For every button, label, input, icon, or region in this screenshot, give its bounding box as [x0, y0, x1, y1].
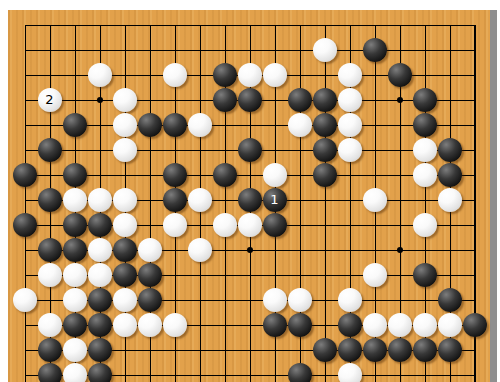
stone-white[interactable]: [363, 313, 387, 337]
stone-black[interactable]: [88, 288, 112, 312]
stone-white[interactable]: [363, 263, 387, 287]
stone-white[interactable]: [188, 188, 212, 212]
stone-white[interactable]: [138, 238, 162, 262]
stone-black[interactable]: [163, 163, 187, 187]
stone-black[interactable]: [163, 188, 187, 212]
stone-white[interactable]: [38, 313, 62, 337]
stone-white[interactable]: [63, 188, 87, 212]
stone-white[interactable]: [88, 63, 112, 87]
stone-black[interactable]: [138, 263, 162, 287]
stone-black[interactable]: [13, 163, 37, 187]
stone-black[interactable]: [238, 188, 262, 212]
stone-white[interactable]: 2: [38, 88, 62, 112]
stone-white[interactable]: [288, 113, 312, 137]
stone-black[interactable]: [263, 213, 287, 237]
stone-white[interactable]: [413, 213, 437, 237]
stone-black[interactable]: [438, 138, 462, 162]
stone-white[interactable]: [88, 238, 112, 262]
go-diagram: 21: [0, 0, 500, 382]
stone-white[interactable]: [138, 313, 162, 337]
stone-white[interactable]: [438, 188, 462, 212]
stone-black[interactable]: [413, 113, 437, 137]
move-number-label: 2: [45, 93, 53, 106]
stone-white[interactable]: [163, 313, 187, 337]
stone-black[interactable]: [238, 138, 262, 162]
stone-black[interactable]: [38, 238, 62, 262]
stone-black[interactable]: [213, 63, 237, 87]
stone-black[interactable]: [88, 213, 112, 237]
stone-black[interactable]: [113, 263, 137, 287]
stone-white[interactable]: [113, 188, 137, 212]
stone-white[interactable]: [88, 263, 112, 287]
stone-white[interactable]: [63, 363, 87, 382]
stone-black[interactable]: [288, 313, 312, 337]
stone-black[interactable]: [38, 363, 62, 382]
stone-black[interactable]: [213, 163, 237, 187]
stone-white[interactable]: [413, 313, 437, 337]
stone-black[interactable]: [288, 363, 312, 382]
stone-black[interactable]: [38, 138, 62, 162]
stone-black[interactable]: [38, 338, 62, 362]
stone-black[interactable]: [288, 88, 312, 112]
stone-white[interactable]: [263, 163, 287, 187]
stone-white[interactable]: [288, 288, 312, 312]
stone-white[interactable]: [413, 138, 437, 162]
stone-white[interactable]: [338, 288, 362, 312]
stone-white[interactable]: [88, 188, 112, 212]
stone-white[interactable]: [163, 63, 187, 87]
stone-white[interactable]: [38, 263, 62, 287]
stone-black[interactable]: [38, 188, 62, 212]
move-number-label: 1: [270, 193, 278, 206]
stone-black[interactable]: [63, 163, 87, 187]
stone-white[interactable]: [63, 263, 87, 287]
stone-white[interactable]: [363, 188, 387, 212]
stone-black[interactable]: [63, 313, 87, 337]
stone-black[interactable]: [438, 338, 462, 362]
stone-white[interactable]: [213, 213, 237, 237]
stone-black[interactable]: [338, 313, 362, 337]
stone-white[interactable]: [263, 63, 287, 87]
stone-white[interactable]: [63, 288, 87, 312]
go-board-grid[interactable]: 21: [12, 12, 487, 382]
stone-black[interactable]: 1: [263, 188, 287, 212]
stone-black[interactable]: [63, 213, 87, 237]
stone-white[interactable]: [238, 213, 262, 237]
stone-white[interactable]: [338, 113, 362, 137]
stone-white[interactable]: [163, 213, 187, 237]
stone-black[interactable]: [313, 88, 337, 112]
stone-white[interactable]: [263, 288, 287, 312]
stone-black[interactable]: [63, 113, 87, 137]
stone-black[interactable]: [213, 88, 237, 112]
stone-black[interactable]: [313, 338, 337, 362]
stone-black[interactable]: [313, 113, 337, 137]
stone-white[interactable]: [238, 63, 262, 87]
stone-black[interactable]: [88, 363, 112, 382]
stone-black[interactable]: [413, 88, 437, 112]
stone-black[interactable]: [313, 163, 337, 187]
stone-black[interactable]: [438, 288, 462, 312]
stone-black[interactable]: [313, 138, 337, 162]
stone-white[interactable]: [413, 163, 437, 187]
stone-white[interactable]: [113, 138, 137, 162]
stone-white[interactable]: [438, 313, 462, 337]
stone-white[interactable]: [113, 88, 137, 112]
stone-black[interactable]: [88, 338, 112, 362]
stone-white[interactable]: [338, 88, 362, 112]
stone-white[interactable]: [188, 238, 212, 262]
stone-black[interactable]: [338, 338, 362, 362]
stone-white[interactable]: [113, 313, 137, 337]
stone-black[interactable]: [238, 88, 262, 112]
stone-white[interactable]: [63, 338, 87, 362]
stone-black[interactable]: [388, 338, 412, 362]
stone-black[interactable]: [463, 313, 487, 337]
stone-black[interactable]: [113, 238, 137, 262]
stone-black[interactable]: [138, 113, 162, 137]
stone-white[interactable]: [338, 138, 362, 162]
stone-black[interactable]: [363, 338, 387, 362]
stone-white[interactable]: [113, 288, 137, 312]
stone-white[interactable]: [113, 213, 137, 237]
board-drop-shadow: [490, 10, 497, 382]
stone-white[interactable]: [388, 313, 412, 337]
stone-black[interactable]: [13, 213, 37, 237]
stone-black[interactable]: [438, 163, 462, 187]
stone-black[interactable]: [63, 238, 87, 262]
stone-black[interactable]: [163, 113, 187, 137]
stone-black[interactable]: [363, 38, 387, 62]
stone-white[interactable]: [313, 38, 337, 62]
stone-black[interactable]: [88, 313, 112, 337]
stone-white[interactable]: [338, 63, 362, 87]
stone-black[interactable]: [413, 338, 437, 362]
stone-white[interactable]: [113, 113, 137, 137]
stone-white[interactable]: [338, 363, 362, 382]
stone-white[interactable]: [188, 113, 212, 137]
stone-black[interactable]: [263, 313, 287, 337]
stone-black[interactable]: [388, 63, 412, 87]
stone-black[interactable]: [138, 288, 162, 312]
stone-black[interactable]: [413, 263, 437, 287]
stone-white[interactable]: [13, 288, 37, 312]
